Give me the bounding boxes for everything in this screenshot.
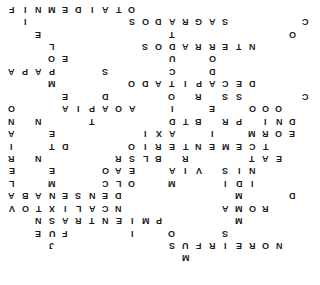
empty-cell [299,53,312,65]
letter-cell: C [299,90,312,102]
empty-cell [58,177,71,189]
empty-cell [139,28,152,40]
letter-cell: P [152,214,165,226]
letter-glyph: S [222,92,228,101]
letter-cell: A [5,190,18,202]
empty-cell [139,3,152,15]
letter-cell: R [179,152,192,164]
letter-glyph: S [129,17,135,26]
letter-glyph: A [262,154,269,163]
empty-cell [259,165,272,177]
letter-glyph: O [275,129,282,138]
letter-glyph: A [8,191,15,200]
letter-cell: I [245,177,258,189]
empty-cell [99,115,112,127]
empty-cell [232,28,245,40]
letter-glyph: E [209,142,215,151]
empty-cell [112,53,125,65]
empty-cell [299,177,312,189]
empty-cell [32,90,45,102]
letter-glyph: A [169,17,176,26]
empty-cell [165,3,178,15]
letter-glyph: I [24,17,27,26]
letter-glyph: N [276,241,283,250]
letter-glyph: A [209,79,216,88]
letter-cell: D [72,3,85,15]
empty-cell [245,252,258,264]
empty-cell [179,103,192,115]
empty-cell [205,28,218,40]
letter-cell: T [85,115,98,127]
empty-cell [272,40,285,52]
letter-cell: O [272,103,285,115]
empty-cell [232,53,245,65]
letter-glyph: M [235,191,243,200]
empty-cell [259,190,272,202]
empty-cell [259,252,272,264]
empty-cell [112,90,125,102]
letter-glyph: E [116,216,122,225]
letter-cell: P [85,103,98,115]
letter-cell: C [99,177,112,189]
letter-glyph: R [8,154,15,163]
empty-cell [18,127,31,139]
letter-glyph: E [209,104,215,113]
empty-cell [259,78,272,90]
letter-cell: L [45,40,58,52]
letter-cell: D [99,90,112,102]
letter-glyph: I [77,104,80,113]
empty-cell [299,28,312,40]
empty-cell [286,65,299,77]
letter-cell: D [286,115,299,127]
letter-glyph: I [184,79,187,88]
empty-cell [72,40,85,52]
letter-glyph: I [224,241,227,250]
letter-glyph: B [22,191,29,200]
empty-cell [45,90,58,102]
empty-cell [152,177,165,189]
empty-cell [32,239,45,251]
letter-glyph: I [238,166,241,175]
letter-glyph: E [236,79,242,88]
letter-cell: A [259,152,272,164]
empty-cell [45,15,58,27]
empty-cell [139,103,152,115]
letter-glyph: M [142,216,150,225]
letter-cell: S [232,90,245,102]
empty-cell [286,227,299,239]
empty-cell [58,28,71,40]
letter-glyph: T [236,42,242,51]
empty-cell [18,28,31,40]
empty-cell [99,28,112,40]
empty-cell [192,202,205,214]
letter-glyph: E [169,142,175,151]
empty-cell [192,28,205,40]
letter-glyph: I [144,129,147,138]
empty-cell [205,152,218,164]
empty-cell [205,227,218,239]
letter-glyph: S [102,67,108,76]
letter-cell: N [112,202,125,214]
empty-cell [139,90,152,102]
empty-cell [112,252,125,264]
letter-glyph: N [35,5,42,14]
letter-glyph: A [155,79,162,88]
empty-cell [272,202,285,214]
letter-glyph: A [102,5,109,14]
letter-glyph: E [236,142,242,151]
empty-cell [152,115,165,127]
letter-glyph: T [49,142,55,151]
empty-cell [259,90,272,102]
letter-cell: L [112,177,125,189]
letter-cell: A [205,15,218,27]
letter-cell: N [272,239,285,251]
empty-cell [72,65,85,77]
letter-glyph: A [8,67,15,76]
letter-cell: O [18,202,31,214]
letter-glyph: O [262,241,269,250]
empty-cell [272,227,285,239]
letter-glyph: R [262,204,269,213]
empty-cell [192,127,205,139]
letter-glyph: R [182,17,189,26]
empty-cell [99,140,112,152]
empty-cell [286,40,299,52]
empty-cell [272,90,285,102]
letter-glyph: S [222,229,228,238]
letter-cell: E [165,140,178,152]
empty-cell [272,252,285,264]
letter-cell: G [192,15,205,27]
empty-cell [85,40,98,52]
letter-cell: A [5,65,18,77]
empty-cell [18,53,31,65]
letter-cell: I [139,140,152,152]
letter-cell: A [58,103,71,115]
letter-cell: C [165,65,178,77]
empty-cell [299,190,312,202]
letter-glyph: P [22,67,28,76]
empty-cell [18,239,31,251]
empty-cell [192,103,205,115]
letter-cell: S [99,65,112,77]
empty-cell [179,202,192,214]
empty-cell [205,177,218,189]
empty-cell [125,202,138,214]
empty-cell [286,90,299,102]
empty-cell [5,78,18,90]
letter-glyph: O [275,104,282,113]
letter-glyph: A [209,17,216,26]
letter-cell: E [272,152,285,164]
empty-cell [152,90,165,102]
letter-glyph: I [131,229,134,238]
letter-glyph: C [102,204,109,213]
letter-cell: M [165,177,178,189]
letter-cell: O [165,227,178,239]
letter-glyph: L [116,179,122,188]
empty-cell [272,214,285,226]
empty-cell [58,152,71,164]
empty-cell [286,103,299,115]
letter-glyph: S [236,92,242,101]
letter-cell: N [245,40,258,52]
empty-cell [18,152,31,164]
empty-cell [139,190,152,202]
empty-cell [165,152,178,164]
letter-glyph: C [222,79,229,88]
letter-glyph: I [10,142,13,151]
empty-cell [139,177,152,189]
letter-cell: V [192,165,205,177]
empty-cell [18,115,31,127]
letter-cell: T [259,140,272,152]
letter-cell: M [232,202,245,214]
empty-cell [232,103,245,115]
letter-glyph: E [9,166,15,175]
letter-cell: V [5,202,18,214]
empty-cell [5,28,18,40]
letter-cell: S [219,90,232,102]
letter-cell: I [205,127,218,139]
empty-cell [179,227,192,239]
letter-cell: E [99,190,112,202]
letter-cell: A [112,165,125,177]
empty-cell [32,127,45,139]
letter-cell: E [232,78,245,90]
letter-cell: D [58,140,71,152]
letter-glyph: R [262,129,269,138]
letter-cell: E [232,140,245,152]
empty-cell [58,65,71,77]
letter-cell: T [165,28,178,40]
empty-cell [18,252,31,264]
empty-cell [18,214,31,226]
empty-cell [272,140,285,152]
empty-cell [5,252,18,264]
letter-cell: N [32,214,45,226]
letter-cell: A [32,65,45,77]
empty-cell [245,15,258,27]
letter-glyph: A [129,104,136,113]
letter-cell: I [179,78,192,90]
letter-cell: M [45,3,58,15]
letter-cell: N [32,152,45,164]
letter-glyph: O [128,5,135,14]
empty-cell [32,78,45,90]
empty-cell [125,127,138,139]
letter-cell: O [286,28,299,40]
empty-cell [299,40,312,52]
empty-cell [99,227,112,239]
letter-cell: R [245,239,258,251]
letter-glyph: D [115,191,122,200]
letter-glyph: C [249,142,256,151]
letter-glyph: I [131,216,134,225]
letter-cell: A [99,103,112,115]
letter-glyph: R [182,154,189,163]
letter-glyph: T [89,117,95,126]
empty-cell [192,53,205,65]
empty-cell [232,252,245,264]
empty-cell [72,165,85,177]
empty-cell [72,28,85,40]
empty-cell [299,115,312,127]
letter-glyph: N [102,216,109,225]
letter-glyph: R [195,42,202,51]
letter-cell: I [72,103,85,115]
letter-cell: C [219,78,232,90]
letter-glyph: P [236,117,242,126]
empty-cell [205,190,218,202]
empty-cell [299,127,312,139]
letter-glyph: D [169,42,176,51]
letter-cell: I [18,15,31,27]
empty-cell [259,28,272,40]
letter-glyph: O [8,104,15,113]
empty-cell [219,190,232,202]
empty-cell [272,28,285,40]
letter-glyph: U [49,229,56,238]
empty-cell [152,252,165,264]
letter-cell: I [125,214,138,226]
letter-cell: O [165,90,178,102]
letter-cell: E [232,239,245,251]
letter-cell: T [232,40,245,52]
letter-cell: I [232,165,245,177]
empty-cell [5,15,18,27]
letter-glyph: O [249,104,256,113]
letter-glyph: E [62,54,68,63]
empty-cell [219,152,232,164]
empty-cell [5,53,18,65]
letter-glyph: V [196,166,202,175]
letter-cell: R [112,152,125,164]
letter-glyph: S [222,166,228,175]
letter-glyph: P [196,79,202,88]
letter-cell: T [179,140,192,152]
letter-cell: L [5,177,18,189]
empty-cell [259,53,272,65]
letter-cell: P [192,78,205,90]
empty-cell [125,190,138,202]
letter-cell: O [125,140,138,152]
letter-cell: R [72,214,85,226]
letter-glyph: P [49,67,55,76]
empty-cell [99,127,112,139]
empty-cell [232,3,245,15]
letter-cell: O [272,127,285,139]
empty-cell [112,239,125,251]
letter-glyph: O [128,79,135,88]
empty-cell [152,239,165,251]
letter-glyph: V [9,204,15,213]
letter-glyph: O [168,92,175,101]
empty-cell [245,115,258,127]
letter-glyph: M [182,253,190,262]
empty-cell [272,53,285,65]
letter-glyph: I [211,129,214,138]
empty-cell [72,90,85,102]
empty-cell [259,15,272,27]
letter-glyph: O [115,104,122,113]
letter-glyph: M [235,216,243,225]
letter-cell: J [45,239,58,251]
letter-glyph: U [182,241,189,250]
empty-cell [18,78,31,90]
letter-cell: U [165,53,178,65]
empty-cell [286,165,299,177]
letter-glyph: O [102,166,109,175]
letter-glyph: E [289,129,295,138]
empty-cell [286,252,299,264]
empty-cell [139,65,152,77]
letter-cell: O [259,103,272,115]
letter-cell: R [219,115,232,127]
empty-cell [139,252,152,264]
empty-cell [232,227,245,239]
empty-cell [85,140,98,152]
empty-cell [45,103,58,115]
empty-cell [259,227,272,239]
letter-cell: I [179,165,192,177]
letter-cell: E [58,53,71,65]
letter-glyph: I [251,179,254,188]
letter-glyph: O [48,54,55,63]
letter-cell: D [152,15,165,27]
letter-cell: T [179,115,192,127]
empty-cell [192,214,205,226]
letter-cell: R [205,239,218,251]
letter-glyph: I [24,5,27,14]
letter-glyph: N [35,117,42,126]
empty-cell [286,214,299,226]
empty-cell [125,115,138,127]
empty-cell [58,127,71,139]
empty-cell [286,177,299,189]
empty-cell [18,140,31,152]
letter-cell: C [99,202,112,214]
letter-glyph: D [249,79,256,88]
letter-glyph: T [169,79,175,88]
letter-cell: O [152,40,165,52]
letter-cell: O [125,177,138,189]
letter-cell: C [299,15,312,27]
letter-cell: A [99,3,112,15]
letter-glyph: N [49,191,56,200]
letter-cell: D [112,190,125,202]
letter-glyph: O [209,54,216,63]
letter-cell: A [205,78,218,90]
letter-glyph: E [276,154,282,163]
empty-cell [125,65,138,77]
empty-cell [32,53,45,65]
letter-glyph: S [222,17,228,26]
letter-glyph: E [49,166,55,175]
empty-cell [272,190,285,202]
empty-cell [272,177,285,189]
letter-cell: E [58,190,71,202]
letter-glyph: A [169,166,176,175]
empty-cell [112,65,125,77]
empty-cell [179,214,192,226]
letter-glyph: O [22,204,29,213]
letter-glyph: N [8,117,15,126]
empty-cell [152,165,165,177]
